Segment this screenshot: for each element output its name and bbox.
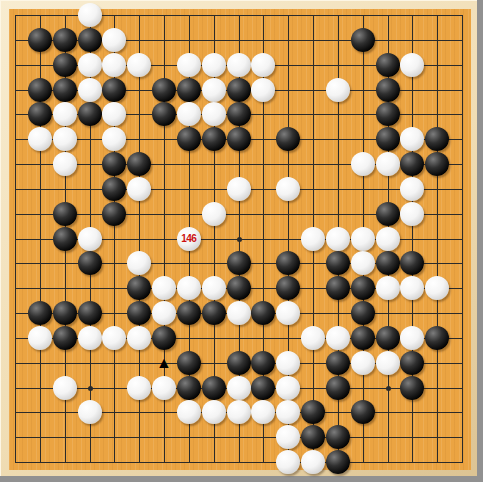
grid-line-vertical [437, 15, 438, 463]
white-stone [227, 400, 251, 424]
white-stone [376, 152, 400, 176]
black-stone [301, 425, 325, 449]
black-stone [376, 326, 400, 350]
black-stone [177, 78, 201, 102]
black-stone [351, 28, 375, 52]
white-stone [276, 351, 300, 375]
white-stone [28, 326, 52, 350]
white-stone [351, 152, 375, 176]
black-stone [102, 202, 126, 226]
black-stone [376, 127, 400, 151]
black-stone [78, 28, 102, 52]
white-stone [400, 202, 424, 226]
black-stone [376, 102, 400, 126]
black-stone [152, 78, 176, 102]
white-stone [400, 177, 424, 201]
white-stone [127, 177, 151, 201]
black-stone [177, 351, 201, 375]
white-stone [102, 326, 126, 350]
black-stone [326, 251, 350, 275]
white-stone [276, 177, 300, 201]
white-stone [78, 400, 102, 424]
grid-line-horizontal [15, 437, 463, 438]
star-point [88, 386, 93, 391]
black-stone [53, 28, 77, 52]
black-stone [177, 127, 201, 151]
black-stone [326, 276, 350, 300]
white-stone [152, 276, 176, 300]
white-stone [127, 53, 151, 77]
black-stone [376, 251, 400, 275]
white-stone [177, 400, 201, 424]
black-stone [53, 202, 77, 226]
white-stone [102, 28, 126, 52]
star-point [237, 237, 242, 242]
black-stone [400, 376, 424, 400]
black-stone [28, 28, 52, 52]
white-stone [202, 53, 226, 77]
black-stone [177, 376, 201, 400]
black-stone [28, 301, 52, 325]
black-stone [376, 78, 400, 102]
black-stone [78, 251, 102, 275]
white-stone [227, 301, 251, 325]
black-stone [202, 127, 226, 151]
black-stone [351, 276, 375, 300]
black-stone [326, 425, 350, 449]
black-stone [227, 78, 251, 102]
black-stone [202, 301, 226, 325]
white-stone [326, 326, 350, 350]
white-stone [53, 152, 77, 176]
white-stone [177, 53, 201, 77]
white-stone [202, 276, 226, 300]
white-stone [202, 78, 226, 102]
white-stone [400, 326, 424, 350]
black-stone [78, 301, 102, 325]
black-stone [152, 326, 176, 350]
white-stone [202, 202, 226, 226]
white-stone [326, 78, 350, 102]
white-stone [78, 227, 102, 251]
black-stone [78, 102, 102, 126]
triangle-marker: ▲ [152, 351, 176, 375]
star-point [386, 386, 391, 391]
black-stone [326, 450, 350, 474]
black-stone [251, 351, 275, 375]
white-stone [53, 127, 77, 151]
black-stone [102, 78, 126, 102]
black-stone [400, 351, 424, 375]
white-stone [152, 301, 176, 325]
white-stone [276, 301, 300, 325]
white-stone [177, 102, 201, 126]
white-stone [202, 400, 226, 424]
white-stone [227, 177, 251, 201]
white-stone [202, 102, 226, 126]
white-stone [53, 102, 77, 126]
black-stone [28, 78, 52, 102]
white-stone [78, 78, 102, 102]
black-stone [376, 202, 400, 226]
white-stone [326, 227, 350, 251]
white-stone [28, 127, 52, 151]
black-stone [227, 276, 251, 300]
white-stone [78, 53, 102, 77]
white-stone [351, 227, 375, 251]
white-stone [78, 3, 102, 27]
black-stone [53, 53, 77, 77]
black-stone [127, 152, 151, 176]
black-stone [127, 301, 151, 325]
black-stone [351, 400, 375, 424]
black-stone [102, 177, 126, 201]
white-stone [400, 53, 424, 77]
black-stone [376, 53, 400, 77]
white-stone [276, 450, 300, 474]
white-stone [78, 326, 102, 350]
move-number-label: 146 [181, 234, 196, 244]
grid-line-horizontal [15, 462, 463, 463]
white-stone [301, 227, 325, 251]
black-stone [251, 376, 275, 400]
black-stone [425, 326, 449, 350]
white-stone [376, 351, 400, 375]
black-stone [28, 102, 52, 126]
black-stone [326, 351, 350, 375]
white-stone [127, 326, 151, 350]
black-stone [53, 227, 77, 251]
white-stone [301, 450, 325, 474]
white-stone: 146 [177, 227, 201, 251]
black-stone [53, 301, 77, 325]
grid-line-vertical [462, 15, 463, 463]
black-stone [351, 326, 375, 350]
white-stone [102, 53, 126, 77]
black-stone [227, 127, 251, 151]
white-stone [276, 376, 300, 400]
black-stone [53, 78, 77, 102]
black-stone [326, 376, 350, 400]
white-stone [251, 53, 275, 77]
white-stone [351, 251, 375, 275]
white-stone [251, 78, 275, 102]
white-stone [53, 376, 77, 400]
black-stone [351, 301, 375, 325]
go-board[interactable]: 146▲ [0, 0, 483, 482]
black-stone [227, 102, 251, 126]
black-stone [202, 376, 226, 400]
white-stone [152, 376, 176, 400]
white-stone [227, 376, 251, 400]
white-stone [376, 276, 400, 300]
black-stone [53, 326, 77, 350]
white-stone [376, 227, 400, 251]
white-stone [301, 326, 325, 350]
white-stone [227, 53, 251, 77]
black-stone [177, 301, 201, 325]
black-stone [227, 251, 251, 275]
black-stone [425, 152, 449, 176]
white-stone [351, 351, 375, 375]
black-stone [227, 351, 251, 375]
white-stone [177, 276, 201, 300]
white-stone [127, 376, 151, 400]
